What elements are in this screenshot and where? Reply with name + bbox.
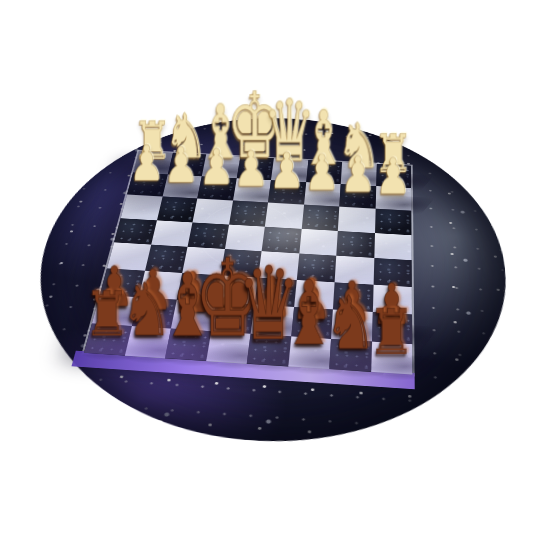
black-rook-glyph: ♜: [350, 300, 434, 363]
square-a8[interactable]: ♜: [371, 341, 413, 374]
scene-3d: ♜♞♝♚♛♝♞♜♟♟♟♟♟♟♟♟♟♟♟♟♟♟♟♟♜♞♝♚♛♝♞♜: [0, 0, 533, 533]
photo-canvas: ♜♞♝♚♛♝♞♜♟♟♟♟♟♟♟♟♟♟♟♟♟♟♟♟♜♞♝♚♛♝♞♜: [0, 0, 533, 533]
square-a2[interactable]: ♟: [375, 186, 411, 211]
white-pawn-glyph: ♟: [357, 152, 429, 202]
table-plane: ♜♞♝♚♛♝♞♜♟♟♟♟♟♟♟♟♟♟♟♟♟♟♟♟♜♞♝♚♛♝♞♜: [0, 108, 523, 459]
square-g4[interactable]: [151, 220, 193, 247]
